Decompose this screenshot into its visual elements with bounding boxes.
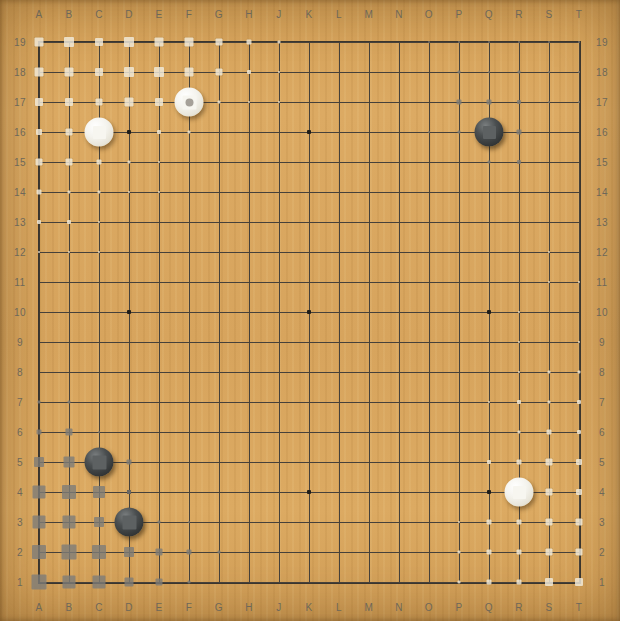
point-H4[interactable]: [234, 477, 264, 507]
point-O11[interactable]: [414, 267, 444, 297]
point-N15[interactable]: [384, 147, 414, 177]
point-P2[interactable]: [444, 537, 474, 567]
point-H1[interactable]: [234, 567, 264, 597]
point-B2[interactable]: [54, 537, 84, 567]
point-T9[interactable]: [564, 327, 594, 357]
point-P18[interactable]: [444, 57, 474, 87]
point-G17[interactable]: [204, 87, 234, 117]
point-T5[interactable]: [564, 447, 594, 477]
point-K16[interactable]: [294, 117, 324, 147]
point-G11[interactable]: [204, 267, 234, 297]
point-C3[interactable]: [84, 507, 114, 537]
point-J4[interactable]: [264, 477, 294, 507]
point-R7[interactable]: [504, 387, 534, 417]
point-M16[interactable]: [354, 117, 384, 147]
point-P15[interactable]: [444, 147, 474, 177]
point-O8[interactable]: [414, 357, 444, 387]
point-S11[interactable]: [534, 267, 564, 297]
point-D6[interactable]: [114, 417, 144, 447]
point-M11[interactable]: [354, 267, 384, 297]
point-F3[interactable]: [174, 507, 204, 537]
point-E13[interactable]: [144, 207, 174, 237]
point-C4[interactable]: [84, 477, 114, 507]
point-R16[interactable]: [504, 117, 534, 147]
point-M14[interactable]: [354, 177, 384, 207]
point-O7[interactable]: [414, 387, 444, 417]
point-N3[interactable]: [384, 507, 414, 537]
point-N17[interactable]: [384, 87, 414, 117]
point-N7[interactable]: [384, 387, 414, 417]
point-G4[interactable]: [204, 477, 234, 507]
point-K8[interactable]: [294, 357, 324, 387]
point-L5[interactable]: [324, 447, 354, 477]
point-R6[interactable]: [504, 417, 534, 447]
point-J6[interactable]: [264, 417, 294, 447]
point-R2[interactable]: [504, 537, 534, 567]
point-H10[interactable]: [234, 297, 264, 327]
point-G6[interactable]: [204, 417, 234, 447]
point-H16[interactable]: [234, 117, 264, 147]
point-E16[interactable]: [144, 117, 174, 147]
point-G3[interactable]: [204, 507, 234, 537]
point-D16[interactable]: [114, 117, 144, 147]
point-G7[interactable]: [204, 387, 234, 417]
point-F4[interactable]: [174, 477, 204, 507]
point-C10[interactable]: [84, 297, 114, 327]
point-A1[interactable]: [24, 567, 54, 597]
point-N14[interactable]: [384, 177, 414, 207]
point-Q7[interactable]: [474, 387, 504, 417]
point-S10[interactable]: [534, 297, 564, 327]
point-N1[interactable]: [384, 567, 414, 597]
point-M2[interactable]: [354, 537, 384, 567]
point-M15[interactable]: [354, 147, 384, 177]
point-D18[interactable]: [114, 57, 144, 87]
point-A9[interactable]: [24, 327, 54, 357]
point-H8[interactable]: [234, 357, 264, 387]
point-M10[interactable]: [354, 297, 384, 327]
point-L19[interactable]: [324, 27, 354, 57]
point-O10[interactable]: [414, 297, 444, 327]
point-O12[interactable]: [414, 237, 444, 267]
point-S14[interactable]: [534, 177, 564, 207]
point-D5[interactable]: [114, 447, 144, 477]
point-M1[interactable]: [354, 567, 384, 597]
point-E14[interactable]: [144, 177, 174, 207]
point-E9[interactable]: [144, 327, 174, 357]
point-E15[interactable]: [144, 147, 174, 177]
point-Q10[interactable]: [474, 297, 504, 327]
point-H13[interactable]: [234, 207, 264, 237]
point-J2[interactable]: [264, 537, 294, 567]
point-T7[interactable]: [564, 387, 594, 417]
point-L9[interactable]: [324, 327, 354, 357]
point-M18[interactable]: [354, 57, 384, 87]
point-Q2[interactable]: [474, 537, 504, 567]
point-B13[interactable]: [54, 207, 84, 237]
point-D4[interactable]: [114, 477, 144, 507]
point-N10[interactable]: [384, 297, 414, 327]
point-H17[interactable]: [234, 87, 264, 117]
point-A10[interactable]: [24, 297, 54, 327]
point-A5[interactable]: [24, 447, 54, 477]
point-B15[interactable]: [54, 147, 84, 177]
point-J1[interactable]: [264, 567, 294, 597]
point-L4[interactable]: [324, 477, 354, 507]
point-Q11[interactable]: [474, 267, 504, 297]
point-L2[interactable]: [324, 537, 354, 567]
point-R17[interactable]: [504, 87, 534, 117]
point-D7[interactable]: [114, 387, 144, 417]
point-T2[interactable]: [564, 537, 594, 567]
point-C14[interactable]: [84, 177, 114, 207]
point-K14[interactable]: [294, 177, 324, 207]
point-C5[interactable]: [84, 447, 114, 477]
point-N19[interactable]: [384, 27, 414, 57]
point-K11[interactable]: [294, 267, 324, 297]
point-O14[interactable]: [414, 177, 444, 207]
point-A3[interactable]: [24, 507, 54, 537]
point-M7[interactable]: [354, 387, 384, 417]
point-O3[interactable]: [414, 507, 444, 537]
point-H5[interactable]: [234, 447, 264, 477]
point-N16[interactable]: [384, 117, 414, 147]
point-H6[interactable]: [234, 417, 264, 447]
point-F7[interactable]: [174, 387, 204, 417]
point-O15[interactable]: [414, 147, 444, 177]
point-H11[interactable]: [234, 267, 264, 297]
point-Q16[interactable]: [474, 117, 504, 147]
point-G19[interactable]: [204, 27, 234, 57]
point-F16[interactable]: [174, 117, 204, 147]
point-G8[interactable]: [204, 357, 234, 387]
point-S15[interactable]: [534, 147, 564, 177]
point-B5[interactable]: [54, 447, 84, 477]
point-B12[interactable]: [54, 237, 84, 267]
point-A2[interactable]: [24, 537, 54, 567]
point-D11[interactable]: [114, 267, 144, 297]
point-L3[interactable]: [324, 507, 354, 537]
point-L10[interactable]: [324, 297, 354, 327]
point-S19[interactable]: [534, 27, 564, 57]
point-G12[interactable]: [204, 237, 234, 267]
point-T14[interactable]: [564, 177, 594, 207]
point-E6[interactable]: [144, 417, 174, 447]
point-R1[interactable]: [504, 567, 534, 597]
point-F17[interactable]: [174, 87, 204, 117]
point-F13[interactable]: [174, 207, 204, 237]
point-R13[interactable]: [504, 207, 534, 237]
point-H7[interactable]: [234, 387, 264, 417]
point-L7[interactable]: [324, 387, 354, 417]
point-F19[interactable]: [174, 27, 204, 57]
point-E19[interactable]: [144, 27, 174, 57]
point-J5[interactable]: [264, 447, 294, 477]
point-B9[interactable]: [54, 327, 84, 357]
point-T8[interactable]: [564, 357, 594, 387]
point-O13[interactable]: [414, 207, 444, 237]
point-T13[interactable]: [564, 207, 594, 237]
point-M12[interactable]: [354, 237, 384, 267]
point-E2[interactable]: [144, 537, 174, 567]
point-J13[interactable]: [264, 207, 294, 237]
point-B1[interactable]: [54, 567, 84, 597]
point-N11[interactable]: [384, 267, 414, 297]
point-K1[interactable]: [294, 567, 324, 597]
point-L14[interactable]: [324, 177, 354, 207]
point-T10[interactable]: [564, 297, 594, 327]
point-P3[interactable]: [444, 507, 474, 537]
point-F10[interactable]: [174, 297, 204, 327]
point-S5[interactable]: [534, 447, 564, 477]
point-Q14[interactable]: [474, 177, 504, 207]
point-D10[interactable]: [114, 297, 144, 327]
point-K10[interactable]: [294, 297, 324, 327]
point-D13[interactable]: [114, 207, 144, 237]
point-F18[interactable]: [174, 57, 204, 87]
point-C2[interactable]: [84, 537, 114, 567]
point-S6[interactable]: [534, 417, 564, 447]
point-N9[interactable]: [384, 327, 414, 357]
point-M9[interactable]: [354, 327, 384, 357]
point-F5[interactable]: [174, 447, 204, 477]
point-P11[interactable]: [444, 267, 474, 297]
point-K4[interactable]: [294, 477, 324, 507]
point-F15[interactable]: [174, 147, 204, 177]
point-P16[interactable]: [444, 117, 474, 147]
point-F1[interactable]: [174, 567, 204, 597]
point-S8[interactable]: [534, 357, 564, 387]
point-B17[interactable]: [54, 87, 84, 117]
point-O18[interactable]: [414, 57, 444, 87]
point-N8[interactable]: [384, 357, 414, 387]
point-A14[interactable]: [24, 177, 54, 207]
point-M6[interactable]: [354, 417, 384, 447]
point-M13[interactable]: [354, 207, 384, 237]
point-M19[interactable]: [354, 27, 384, 57]
point-K2[interactable]: [294, 537, 324, 567]
point-E4[interactable]: [144, 477, 174, 507]
point-J16[interactable]: [264, 117, 294, 147]
point-N18[interactable]: [384, 57, 414, 87]
point-H18[interactable]: [234, 57, 264, 87]
point-R18[interactable]: [504, 57, 534, 87]
point-K7[interactable]: [294, 387, 324, 417]
point-H19[interactable]: [234, 27, 264, 57]
point-Q12[interactable]: [474, 237, 504, 267]
point-L12[interactable]: [324, 237, 354, 267]
point-P1[interactable]: [444, 567, 474, 597]
point-M8[interactable]: [354, 357, 384, 387]
point-E1[interactable]: [144, 567, 174, 597]
point-A16[interactable]: [24, 117, 54, 147]
point-J10[interactable]: [264, 297, 294, 327]
point-P12[interactable]: [444, 237, 474, 267]
point-C12[interactable]: [84, 237, 114, 267]
point-G9[interactable]: [204, 327, 234, 357]
point-K19[interactable]: [294, 27, 324, 57]
point-Q18[interactable]: [474, 57, 504, 87]
point-A8[interactable]: [24, 357, 54, 387]
point-B18[interactable]: [54, 57, 84, 87]
point-F12[interactable]: [174, 237, 204, 267]
point-B11[interactable]: [54, 267, 84, 297]
point-J19[interactable]: [264, 27, 294, 57]
point-D12[interactable]: [114, 237, 144, 267]
point-T18[interactable]: [564, 57, 594, 87]
point-F11[interactable]: [174, 267, 204, 297]
point-O2[interactable]: [414, 537, 444, 567]
point-M3[interactable]: [354, 507, 384, 537]
point-E5[interactable]: [144, 447, 174, 477]
point-B6[interactable]: [54, 417, 84, 447]
point-J11[interactable]: [264, 267, 294, 297]
point-Q17[interactable]: [474, 87, 504, 117]
point-C16[interactable]: [84, 117, 114, 147]
point-M4[interactable]: [354, 477, 384, 507]
point-F8[interactable]: [174, 357, 204, 387]
point-Q15[interactable]: [474, 147, 504, 177]
point-C13[interactable]: [84, 207, 114, 237]
point-Q4[interactable]: [474, 477, 504, 507]
point-O9[interactable]: [414, 327, 444, 357]
point-R9[interactable]: [504, 327, 534, 357]
point-B3[interactable]: [54, 507, 84, 537]
point-E12[interactable]: [144, 237, 174, 267]
point-R15[interactable]: [504, 147, 534, 177]
point-P4[interactable]: [444, 477, 474, 507]
point-G1[interactable]: [204, 567, 234, 597]
point-R8[interactable]: [504, 357, 534, 387]
point-S7[interactable]: [534, 387, 564, 417]
point-D8[interactable]: [114, 357, 144, 387]
point-T15[interactable]: [564, 147, 594, 177]
point-C7[interactable]: [84, 387, 114, 417]
point-E10[interactable]: [144, 297, 174, 327]
point-R11[interactable]: [504, 267, 534, 297]
point-G16[interactable]: [204, 117, 234, 147]
point-P9[interactable]: [444, 327, 474, 357]
point-Q9[interactable]: [474, 327, 504, 357]
point-Q8[interactable]: [474, 357, 504, 387]
point-E7[interactable]: [144, 387, 174, 417]
point-A7[interactable]: [24, 387, 54, 417]
point-F2[interactable]: [174, 537, 204, 567]
point-N13[interactable]: [384, 207, 414, 237]
point-F14[interactable]: [174, 177, 204, 207]
point-K5[interactable]: [294, 447, 324, 477]
point-P13[interactable]: [444, 207, 474, 237]
point-H15[interactable]: [234, 147, 264, 177]
point-J7[interactable]: [264, 387, 294, 417]
point-C9[interactable]: [84, 327, 114, 357]
point-S3[interactable]: [534, 507, 564, 537]
point-K15[interactable]: [294, 147, 324, 177]
point-B8[interactable]: [54, 357, 84, 387]
point-C1[interactable]: [84, 567, 114, 597]
point-G15[interactable]: [204, 147, 234, 177]
point-B7[interactable]: [54, 387, 84, 417]
point-S12[interactable]: [534, 237, 564, 267]
point-B10[interactable]: [54, 297, 84, 327]
point-H2[interactable]: [234, 537, 264, 567]
point-C18[interactable]: [84, 57, 114, 87]
point-T4[interactable]: [564, 477, 594, 507]
point-M17[interactable]: [354, 87, 384, 117]
point-A6[interactable]: [24, 417, 54, 447]
point-S4[interactable]: [534, 477, 564, 507]
point-P17[interactable]: [444, 87, 474, 117]
point-T3[interactable]: [564, 507, 594, 537]
point-H14[interactable]: [234, 177, 264, 207]
point-L11[interactable]: [324, 267, 354, 297]
point-D9[interactable]: [114, 327, 144, 357]
point-S16[interactable]: [534, 117, 564, 147]
point-T1[interactable]: [564, 567, 594, 597]
point-R10[interactable]: [504, 297, 534, 327]
point-R3[interactable]: [504, 507, 534, 537]
point-B16[interactable]: [54, 117, 84, 147]
point-L8[interactable]: [324, 357, 354, 387]
point-Q13[interactable]: [474, 207, 504, 237]
point-T17[interactable]: [564, 87, 594, 117]
point-A17[interactable]: [24, 87, 54, 117]
point-A13[interactable]: [24, 207, 54, 237]
point-Q19[interactable]: [474, 27, 504, 57]
point-C17[interactable]: [84, 87, 114, 117]
point-O17[interactable]: [414, 87, 444, 117]
point-E11[interactable]: [144, 267, 174, 297]
point-S1[interactable]: [534, 567, 564, 597]
point-E17[interactable]: [144, 87, 174, 117]
point-Q3[interactable]: [474, 507, 504, 537]
point-T6[interactable]: [564, 417, 594, 447]
point-L16[interactable]: [324, 117, 354, 147]
point-K17[interactable]: [294, 87, 324, 117]
point-K3[interactable]: [294, 507, 324, 537]
point-C11[interactable]: [84, 267, 114, 297]
point-G5[interactable]: [204, 447, 234, 477]
point-N12[interactable]: [384, 237, 414, 267]
point-P19[interactable]: [444, 27, 474, 57]
point-N5[interactable]: [384, 447, 414, 477]
point-Q5[interactable]: [474, 447, 504, 477]
point-J18[interactable]: [264, 57, 294, 87]
point-C15[interactable]: [84, 147, 114, 177]
point-J3[interactable]: [264, 507, 294, 537]
point-J9[interactable]: [264, 327, 294, 357]
point-O4[interactable]: [414, 477, 444, 507]
point-T19[interactable]: [564, 27, 594, 57]
point-O5[interactable]: [414, 447, 444, 477]
point-P6[interactable]: [444, 417, 474, 447]
point-C19[interactable]: [84, 27, 114, 57]
point-L6[interactable]: [324, 417, 354, 447]
point-S2[interactable]: [534, 537, 564, 567]
point-C6[interactable]: [84, 417, 114, 447]
point-D2[interactable]: [114, 537, 144, 567]
point-J8[interactable]: [264, 357, 294, 387]
point-L13[interactable]: [324, 207, 354, 237]
point-R12[interactable]: [504, 237, 534, 267]
point-L17[interactable]: [324, 87, 354, 117]
point-T12[interactable]: [564, 237, 594, 267]
point-B4[interactable]: [54, 477, 84, 507]
point-F6[interactable]: [174, 417, 204, 447]
point-A19[interactable]: [24, 27, 54, 57]
point-L18[interactable]: [324, 57, 354, 87]
point-Q1[interactable]: [474, 567, 504, 597]
